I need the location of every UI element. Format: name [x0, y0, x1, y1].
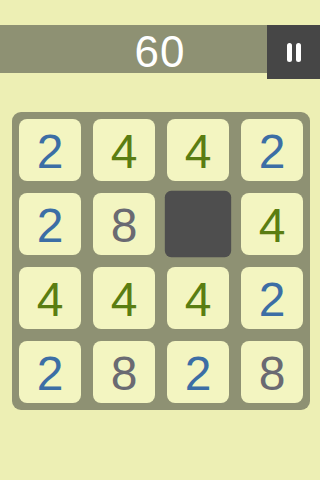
tile-8-r4c4: 8 — [241, 341, 303, 403]
tile-2-r4c1: 2 — [19, 341, 81, 403]
tile-8-r2c2: 8 — [93, 193, 155, 255]
tile-2-r3c4: 2 — [241, 267, 303, 329]
tile-2-r4c3: 2 — [167, 341, 229, 403]
tile-8-r4c2: 8 — [93, 341, 155, 403]
pause-button[interactable] — [267, 25, 320, 79]
tile-4-r1c3: 4 — [167, 119, 229, 181]
tile-2-r2c1: 2 — [19, 193, 81, 255]
tile-4-r3c1: 4 — [19, 267, 81, 329]
pause-icon — [287, 43, 301, 62]
pause-bar-left — [287, 43, 292, 62]
app-screen: 60 244228444422828 — [0, 0, 320, 480]
game-board[interactable]: 244228444422828 — [12, 112, 310, 410]
tile-4-r1c2: 4 — [93, 119, 155, 181]
tile-4-r3c2: 4 — [93, 267, 155, 329]
tile-2-r1c1: 2 — [19, 119, 81, 181]
pause-bar-right — [296, 43, 301, 62]
tile-4-r3c3: 4 — [167, 267, 229, 329]
tile-2-r1c4: 2 — [241, 119, 303, 181]
tile-4-r2c4: 4 — [241, 193, 303, 255]
blocked-tile — [165, 191, 231, 257]
